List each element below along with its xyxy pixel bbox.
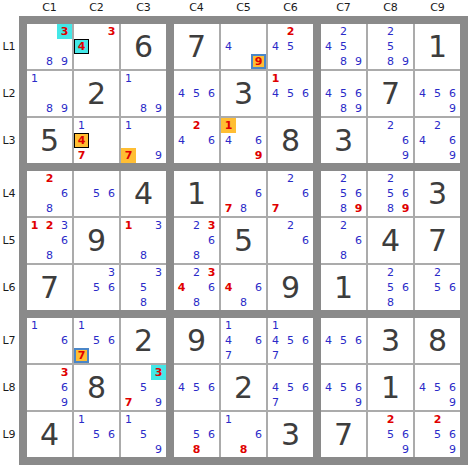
candidate-9: 9 — [398, 442, 413, 457]
candidate-5: 5 — [89, 280, 104, 295]
row-label-L7: L7 — [0, 318, 18, 363]
cell-L1C8[interactable]: 2589 — [368, 24, 413, 69]
cell-L1C2[interactable]: 34 — [74, 24, 119, 69]
candidate-5: 5 — [283, 86, 298, 101]
candidate-4: 4 — [321, 333, 336, 348]
cell-L2C4[interactable]: 456 — [174, 71, 219, 116]
candidate-4: 4 — [415, 86, 430, 101]
candidate-6: 6 — [104, 333, 119, 348]
candidate-6: 6 — [351, 233, 366, 248]
solved-digit: 7 — [381, 79, 400, 109]
cell-L7C8[interactable]: 3 — [368, 318, 413, 363]
candidate-6: 6 — [104, 427, 119, 442]
candidate-3: 3 — [204, 265, 219, 280]
row-label-L3: L3 — [0, 118, 18, 163]
solved-digit: 9 — [187, 326, 206, 356]
solved-digit: 9 — [87, 226, 106, 256]
cell-L5C8[interactable]: 4 — [368, 218, 413, 263]
candidate-8: 8 — [236, 295, 251, 310]
cell-L3C4[interactable]: 246 — [174, 118, 219, 163]
sudoku-app: 3893461892189514717974924545631456246146… — [0, 0, 468, 475]
box-6: 256892568932684712568256 — [321, 171, 460, 310]
candidate-4: 4 — [321, 86, 336, 101]
candidate-5: 5 — [430, 86, 445, 101]
solved-digit: 7 — [428, 226, 447, 256]
cell-L5C9[interactable]: 7 — [415, 218, 460, 263]
cell-L1C6[interactable]: 245 — [268, 24, 313, 69]
box-9: 45638456914569725692569 — [321, 318, 460, 457]
candidate-3: 3 — [204, 218, 219, 233]
cell-L5C7[interactable]: 268 — [321, 218, 366, 263]
cell-L6C7[interactable]: 1 — [321, 265, 366, 310]
candidate-6: 6 — [251, 280, 266, 295]
candidate-9: 9 — [151, 148, 166, 163]
candidate-2: 2 — [189, 118, 204, 133]
candidate-6: 6 — [398, 427, 413, 442]
cell-L7C7[interactable]: 456 — [321, 318, 366, 363]
candidate-4: 4 — [174, 380, 189, 395]
candidate-6: 6 — [204, 86, 219, 101]
candidate-9: 9 — [398, 54, 413, 69]
candidate-7: 7 — [268, 348, 283, 363]
cell-L9C9[interactable]: 2569 — [415, 412, 460, 457]
cell-L9C6[interactable]: 3 — [268, 412, 313, 457]
candidate-7: 7 — [221, 201, 236, 216]
solved-digit: 8 — [281, 126, 300, 156]
candidate-6: 6 — [298, 186, 313, 201]
cell-L8C4[interactable]: 456 — [174, 365, 219, 410]
cell-L7C1[interactable]: 16 — [27, 318, 72, 363]
solved-digit: 2 — [134, 326, 153, 356]
candidate-4: 4 — [174, 86, 189, 101]
cell-L3C9[interactable]: 2469 — [415, 118, 460, 163]
candidate-6: 6 — [298, 86, 313, 101]
cell-L7C6[interactable]: 14567 — [268, 318, 313, 363]
candidate-5: 5 — [430, 380, 445, 395]
cell-L7C9[interactable]: 8 — [415, 318, 460, 363]
solved-digit: 4 — [134, 179, 153, 209]
candidate-6: 6 — [204, 280, 219, 295]
candidate-2: 2 — [383, 412, 398, 427]
solved-digit: 6 — [134, 32, 153, 62]
col-label-C6: C6 — [268, 1, 313, 15]
solved-digit: 5 — [234, 226, 253, 256]
candidate-4: 4 — [221, 133, 236, 148]
cell-L9C4[interactable]: 568 — [174, 412, 219, 457]
box-4: 2685641236891387356358 — [27, 171, 166, 310]
candidate-2: 2 — [189, 265, 204, 280]
cell-L4C2[interactable]: 56 — [74, 171, 119, 216]
box-2: 7492454563145624614698 — [174, 24, 313, 163]
col-label-C7: C7 — [321, 1, 366, 15]
candidate-7-highlighted: 7 — [74, 348, 89, 363]
cell-L5C2[interactable]: 9 — [74, 218, 119, 263]
candidate-2: 2 — [383, 265, 398, 280]
cell-L4C5[interactable]: 678 — [221, 171, 266, 216]
candidate-2: 2 — [383, 118, 398, 133]
candidate-1: 1 — [121, 412, 136, 427]
cell-L7C5[interactable]: 1467 — [221, 318, 266, 363]
candidate-5: 5 — [89, 186, 104, 201]
candidate-1: 1 — [27, 71, 42, 86]
candidate-6: 6 — [57, 333, 72, 348]
cell-L6C6[interactable]: 9 — [268, 265, 313, 310]
candidate-8: 8 — [336, 54, 351, 69]
candidate-7-highlighted: 7 — [121, 148, 136, 163]
candidate-8: 8 — [336, 101, 351, 116]
cell-L2C9[interactable]: 4569 — [415, 71, 460, 116]
candidate-3: 3 — [57, 218, 72, 233]
candidate-1: 1 — [121, 218, 136, 233]
candidate-5: 5 — [383, 39, 398, 54]
candidate-2: 2 — [430, 412, 445, 427]
candidate-9: 9 — [251, 148, 266, 163]
candidate-6: 6 — [251, 333, 266, 348]
cell-L2C7[interactable]: 45689 — [321, 71, 366, 116]
candidate-6: 6 — [445, 380, 460, 395]
candidate-2: 2 — [336, 24, 351, 39]
solved-digit: 2 — [87, 79, 106, 109]
cell-L4C4[interactable]: 1 — [174, 171, 219, 216]
cell-L7C4[interactable]: 9 — [174, 318, 219, 363]
candidate-6: 6 — [57, 186, 72, 201]
candidate-5: 5 — [383, 186, 398, 201]
candidate-9: 9 — [151, 101, 166, 116]
candidate-1-highlighted: 1 — [221, 118, 236, 133]
candidate-6: 6 — [251, 186, 266, 201]
candidate-5: 5 — [430, 280, 445, 295]
candidate-9: 9 — [151, 442, 166, 457]
col-label-C4: C4 — [174, 1, 219, 15]
candidate-5: 5 — [89, 333, 104, 348]
candidate-8: 8 — [136, 101, 151, 116]
candidate-6: 6 — [204, 233, 219, 248]
candidate-1: 1 — [27, 218, 42, 233]
cell-L5C4[interactable]: 2368 — [174, 218, 219, 263]
cell-L4C6[interactable]: 267 — [268, 171, 313, 216]
candidate-8: 8 — [189, 442, 204, 457]
row-label-L5: L5 — [0, 218, 18, 263]
cell-L6C3[interactable]: 358 — [121, 265, 166, 310]
candidate-2: 2 — [283, 218, 298, 233]
candidate-5: 5 — [89, 427, 104, 442]
candidate-5: 5 — [336, 333, 351, 348]
candidate-4: 4 — [415, 380, 430, 395]
cell-L3C8[interactable]: 269 — [368, 118, 413, 163]
candidate-9: 9 — [57, 395, 72, 410]
candidate-2: 2 — [430, 265, 445, 280]
cell-L1C3[interactable]: 6 — [121, 24, 166, 69]
candidate-3: 3 — [104, 24, 119, 39]
cell-L8C3[interactable]: 3579 — [121, 365, 166, 410]
cell-L8C8[interactable]: 1 — [368, 365, 413, 410]
cell-L3C5[interactable]: 1469 — [221, 118, 266, 163]
candidate-7: 7 — [121, 395, 136, 410]
candidate-9: 9 — [57, 101, 72, 116]
candidate-5: 5 — [383, 427, 398, 442]
solved-digit: 8 — [87, 373, 106, 403]
solved-digit: 4 — [381, 226, 400, 256]
candidate-5: 5 — [283, 333, 298, 348]
candidate-6: 6 — [351, 380, 366, 395]
solved-digit: 3 — [428, 179, 447, 209]
candidate-6: 6 — [298, 233, 313, 248]
candidate-8: 8 — [189, 248, 204, 263]
candidate-6: 6 — [445, 427, 460, 442]
candidate-6: 6 — [57, 233, 72, 248]
row-label-L6: L6 — [0, 265, 18, 310]
candidate-2: 2 — [336, 218, 351, 233]
cell-L2C8[interactable]: 7 — [368, 71, 413, 116]
candidate-6: 6 — [445, 280, 460, 295]
candidate-4: 4 — [174, 133, 189, 148]
candidate-1: 1 — [74, 118, 89, 133]
candidate-6: 6 — [104, 186, 119, 201]
candidate-9: 9 — [351, 201, 366, 216]
cell-L1C9[interactable]: 1 — [415, 24, 460, 69]
cell-L9C8[interactable]: 2569 — [368, 412, 413, 457]
candidate-8: 8 — [42, 201, 57, 216]
candidate-4-highlighted: 4 — [74, 133, 89, 148]
solved-digit: 3 — [234, 79, 253, 109]
col-label-C5: C5 — [221, 1, 266, 15]
cell-L8C6[interactable]: 4567 — [268, 365, 313, 410]
solved-digit: 3 — [334, 126, 353, 156]
row-label-L9: L9 — [0, 412, 18, 457]
candidate-6: 6 — [204, 380, 219, 395]
cell-L6C9[interactable]: 256 — [415, 265, 460, 310]
solved-digit: 9 — [281, 273, 300, 303]
cell-L3C2[interactable]: 147 — [74, 118, 119, 163]
candidate-2: 2 — [283, 24, 298, 39]
cell-L8C9[interactable]: 4569 — [415, 365, 460, 410]
candidate-5: 5 — [336, 86, 351, 101]
solved-digit: 7 — [334, 420, 353, 450]
candidate-6: 6 — [398, 280, 413, 295]
cell-L2C5[interactable]: 3 — [221, 71, 266, 116]
candidate-8: 8 — [42, 54, 57, 69]
candidate-7: 7 — [268, 201, 283, 216]
candidate-9-highlighted: 9 — [251, 54, 266, 69]
candidate-8: 8 — [136, 248, 151, 263]
col-label-C2: C2 — [74, 1, 119, 15]
candidate-5: 5 — [430, 427, 445, 442]
solved-digit: 1 — [381, 373, 400, 403]
col-label-C1: C1 — [27, 1, 72, 15]
cell-L2C1[interactable]: 189 — [27, 71, 72, 116]
cell-L8C5[interactable]: 2 — [221, 365, 266, 410]
candidate-2: 2 — [42, 218, 57, 233]
cell-L6C1[interactable]: 7 — [27, 265, 72, 310]
candidate-1: 1 — [221, 412, 236, 427]
candidate-2: 2 — [42, 171, 57, 186]
candidate-5: 5 — [136, 380, 151, 395]
candidate-9: 9 — [57, 54, 72, 69]
candidate-5: 5 — [283, 39, 298, 54]
candidate-6: 6 — [298, 380, 313, 395]
candidate-9: 9 — [445, 148, 460, 163]
candidate-4-highlighted: 4 — [74, 39, 89, 54]
candidate-4: 4 — [174, 280, 189, 295]
candidate-8: 8 — [236, 201, 251, 216]
candidate-4: 4 — [221, 333, 236, 348]
candidate-8: 8 — [42, 101, 57, 116]
cell-L7C2[interactable]: 1567 — [74, 318, 119, 363]
cell-L4C1[interactable]: 268 — [27, 171, 72, 216]
candidate-9: 9 — [351, 101, 366, 116]
candidate-3: 3 — [151, 265, 166, 280]
cell-L3C7[interactable]: 3 — [321, 118, 366, 163]
candidate-2: 2 — [189, 218, 204, 233]
cell-L5C5[interactable]: 5 — [221, 218, 266, 263]
cell-L5C1[interactable]: 12368 — [27, 218, 72, 263]
sudoku-board: 3893461892189514717974924545631456246146… — [19, 16, 468, 465]
box-7: 1615672369835794156159 — [27, 318, 166, 457]
candidate-4: 4 — [221, 280, 236, 295]
candidate-6: 6 — [398, 186, 413, 201]
cell-L6C2[interactable]: 356 — [74, 265, 119, 310]
candidate-2: 2 — [430, 118, 445, 133]
candidate-6: 6 — [204, 427, 219, 442]
row-label-L8: L8 — [0, 365, 18, 410]
candidate-6: 6 — [204, 133, 219, 148]
cell-L7C3[interactable]: 2 — [121, 318, 166, 363]
candidate-6: 6 — [351, 333, 366, 348]
candidate-9: 9 — [445, 101, 460, 116]
candidate-3: 3 — [104, 265, 119, 280]
cell-L2C3[interactable]: 189 — [121, 71, 166, 116]
col-label-C8: C8 — [368, 1, 413, 15]
candidate-8: 8 — [383, 54, 398, 69]
cell-L1C1[interactable]: 389 — [27, 24, 72, 69]
candidate-3: 3 — [151, 218, 166, 233]
candidate-9: 9 — [445, 395, 460, 410]
candidate-6: 6 — [398, 133, 413, 148]
candidate-6: 6 — [251, 133, 266, 148]
cell-L2C2[interactable]: 2 — [74, 71, 119, 116]
candidate-9: 9 — [445, 442, 460, 457]
candidate-5: 5 — [336, 39, 351, 54]
candidate-5: 5 — [189, 380, 204, 395]
box-5: 16782672368526234684689 — [174, 171, 313, 310]
candidate-1: 1 — [74, 412, 89, 427]
candidate-7: 7 — [74, 148, 89, 163]
candidate-8: 8 — [336, 201, 351, 216]
cell-L6C4[interactable]: 23468 — [174, 265, 219, 310]
candidate-6: 6 — [251, 427, 266, 442]
cell-L9C5[interactable]: 168 — [221, 412, 266, 457]
candidate-5: 5 — [136, 427, 151, 442]
candidate-4: 4 — [321, 39, 336, 54]
cell-L5C6[interactable]: 26 — [268, 218, 313, 263]
cell-L1C4[interactable]: 7 — [174, 24, 219, 69]
cell-L8C2[interactable]: 8 — [74, 365, 119, 410]
candidate-4: 4 — [321, 380, 336, 395]
cell-L4C7[interactable]: 25689 — [321, 171, 366, 216]
candidate-1: 1 — [27, 318, 42, 333]
candidate-1: 1 — [121, 118, 136, 133]
cell-L4C8[interactable]: 25689 — [368, 171, 413, 216]
candidate-1: 1 — [74, 318, 89, 333]
cell-L8C7[interactable]: 4569 — [321, 365, 366, 410]
candidate-5: 5 — [336, 186, 351, 201]
candidate-3-highlighted: 3 — [151, 365, 166, 380]
candidate-9: 9 — [351, 395, 366, 410]
candidate-6: 6 — [298, 333, 313, 348]
cell-L9C3[interactable]: 159 — [121, 412, 166, 457]
cell-L9C1[interactable]: 4 — [27, 412, 72, 457]
cell-L3C3[interactable]: 179 — [121, 118, 166, 163]
solved-digit: 7 — [40, 273, 59, 303]
cell-L2C6[interactable]: 1456 — [268, 71, 313, 116]
candidate-2: 2 — [383, 24, 398, 39]
solved-digit: 3 — [281, 420, 300, 450]
cell-L5C3[interactable]: 138 — [121, 218, 166, 263]
cell-L9C2[interactable]: 156 — [74, 412, 119, 457]
solved-digit: 1 — [187, 179, 206, 209]
col-label-C9: C9 — [415, 1, 460, 15]
solved-digit: 4 — [40, 420, 59, 450]
candidate-8: 8 — [383, 295, 398, 310]
candidate-7: 7 — [221, 348, 236, 363]
candidate-9: 9 — [398, 201, 413, 216]
cell-L6C8[interactable]: 2568 — [368, 265, 413, 310]
candidate-1: 1 — [268, 71, 283, 86]
candidate-6: 6 — [445, 86, 460, 101]
cell-L3C6[interactable]: 8 — [268, 118, 313, 163]
solved-digit: 7 — [187, 32, 206, 62]
cell-L6C5[interactable]: 468 — [221, 265, 266, 310]
cell-L1C7[interactable]: 24589 — [321, 24, 366, 69]
candidate-5: 5 — [136, 280, 151, 295]
candidate-5: 5 — [189, 427, 204, 442]
candidate-8: 8 — [136, 295, 151, 310]
cell-L4C3[interactable]: 4 — [121, 171, 166, 216]
candidate-4: 4 — [268, 86, 283, 101]
col-label-C3: C3 — [121, 1, 166, 15]
candidate-8: 8 — [42, 248, 57, 263]
candidate-4: 4 — [268, 380, 283, 395]
candidate-5: 5 — [189, 86, 204, 101]
candidate-4: 4 — [221, 39, 236, 54]
candidate-5: 5 — [383, 280, 398, 295]
box-1: 38934618921895147179 — [27, 24, 166, 163]
candidate-8: 8 — [189, 295, 204, 310]
cell-L3C1[interactable]: 5 — [27, 118, 72, 163]
row-label-L2: L2 — [0, 71, 18, 116]
candidate-1: 1 — [121, 71, 136, 86]
candidate-8: 8 — [336, 248, 351, 263]
candidate-9: 9 — [151, 395, 166, 410]
cell-L8C1[interactable]: 369 — [27, 365, 72, 410]
candidate-7: 7 — [268, 395, 283, 410]
cell-L9C7[interactable]: 7 — [321, 412, 366, 457]
solved-digit: 8 — [428, 326, 447, 356]
solved-digit: 1 — [334, 273, 353, 303]
cell-L1C5[interactable]: 49 — [221, 24, 266, 69]
solved-digit: 2 — [234, 373, 253, 403]
candidate-1: 1 — [268, 318, 283, 333]
candidate-6: 6 — [445, 133, 460, 148]
candidate-2: 2 — [283, 171, 298, 186]
candidate-8: 8 — [383, 201, 398, 216]
box-3: 2458925891456897456932692469 — [321, 24, 460, 163]
cell-L4C9[interactable]: 3 — [415, 171, 460, 216]
candidate-8: 8 — [236, 442, 251, 457]
solved-digit: 5 — [40, 126, 59, 156]
candidate-9: 9 — [351, 54, 366, 69]
candidate-6: 6 — [57, 380, 72, 395]
